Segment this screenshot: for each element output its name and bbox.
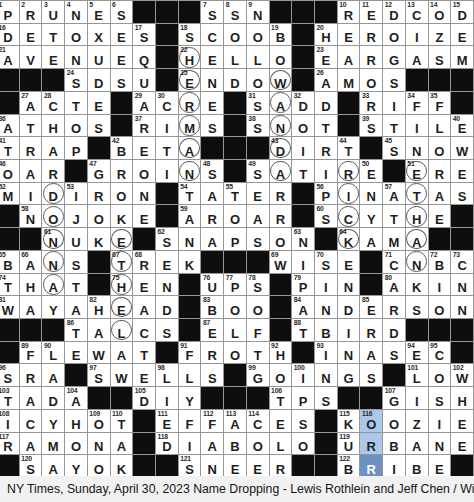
cell-r19c20[interactable]: I: [429, 410, 451, 432]
cell-r19c8[interactable]: 111E: [156, 410, 178, 432]
cell-r13c2[interactable]: H: [20, 274, 42, 296]
cell-r5c17[interactable]: 33R: [360, 92, 382, 114]
cell-r1c21[interactable]: 15D: [451, 1, 473, 23]
cell-r5c7[interactable]: 29A: [133, 92, 155, 114]
cell-r9c7[interactable]: N: [133, 183, 155, 205]
cell-r17c17[interactable]: S: [360, 364, 382, 386]
cell-r6c5[interactable]: S: [88, 115, 110, 137]
cell-r21c4[interactable]: Y: [65, 455, 87, 476]
cell-r21c9[interactable]: 121S: [179, 455, 201, 476]
cell-r11c16[interactable]: 64K: [338, 228, 360, 250]
cell-r13c1[interactable]: 74T: [0, 274, 19, 296]
cell-r7c13[interactable]: 43D: [270, 137, 292, 159]
cell-r7c6[interactable]: 42B: [111, 137, 133, 159]
cell-r15c16[interactable]: I: [338, 319, 360, 341]
cell-r1c19[interactable]: 13C: [406, 1, 428, 23]
cell-r2c18[interactable]: O: [383, 24, 405, 46]
cell-r17c6[interactable]: W: [111, 364, 133, 386]
cell-r8c3[interactable]: R: [42, 160, 64, 182]
cell-r16c19[interactable]: 94E: [406, 342, 428, 364]
cell-r13c7[interactable]: E: [133, 274, 155, 296]
cell-r13c3[interactable]: A: [42, 274, 64, 296]
cell-r5c3[interactable]: 28C: [42, 92, 64, 114]
cell-r16c9[interactable]: 91F: [179, 342, 201, 364]
cell-r15c17[interactable]: R: [360, 319, 382, 341]
cell-r1c5[interactable]: 5E: [88, 1, 110, 23]
cell-r10c6[interactable]: K: [111, 205, 133, 227]
cell-r3c7[interactable]: Q: [133, 46, 155, 68]
cell-r15c5[interactable]: A: [88, 319, 110, 341]
cell-r21c16[interactable]: 122B: [338, 455, 360, 476]
cell-r20c3[interactable]: M: [42, 433, 64, 455]
cell-r13c18[interactable]: 80A: [383, 274, 405, 296]
cell-r5c13[interactable]: A: [270, 92, 292, 114]
cell-r3c16[interactable]: A: [338, 46, 360, 68]
cell-r13c12[interactable]: 78S: [247, 274, 269, 296]
cell-r5c8[interactable]: 30C: [156, 92, 178, 114]
cell-r1c20[interactable]: 14O: [429, 1, 451, 23]
cell-r9c11[interactable]: 55T: [224, 183, 246, 205]
cell-r1c1[interactable]: 1P: [0, 1, 19, 23]
cell-r17c5[interactable]: 97S: [88, 364, 110, 386]
cell-r1c6[interactable]: 6S: [111, 1, 133, 23]
cell-r3c15[interactable]: 23E: [315, 46, 337, 68]
cell-r21c10[interactable]: N: [201, 455, 223, 476]
cell-r9c2[interactable]: I: [20, 183, 42, 205]
cell-r20c20[interactable]: N: [429, 433, 451, 455]
cell-r14c7[interactable]: A: [133, 296, 155, 318]
cell-r14c15[interactable]: N: [315, 296, 337, 318]
cell-r21c11[interactable]: E: [224, 455, 246, 476]
cell-r1c2[interactable]: 2R: [20, 1, 42, 23]
cell-r20c14[interactable]: O: [292, 433, 314, 455]
cell-r10c3[interactable]: O: [42, 205, 64, 227]
cell-r2c11[interactable]: O: [224, 24, 246, 46]
cell-r8c16[interactable]: R: [338, 160, 360, 182]
cell-r16c17[interactable]: A: [360, 342, 382, 364]
cell-r9c21[interactable]: S: [451, 183, 473, 205]
cell-r12c3[interactable]: N: [42, 251, 64, 273]
cell-r17c1[interactable]: 96S: [0, 364, 19, 386]
cell-r16c5[interactable]: W: [88, 342, 110, 364]
cell-r2c2[interactable]: E: [20, 24, 42, 46]
cell-r2c6[interactable]: E: [111, 24, 133, 46]
cell-r6c8[interactable]: I: [156, 115, 178, 137]
cell-r14c8[interactable]: D: [156, 296, 178, 318]
cell-r9c17[interactable]: N: [360, 183, 382, 205]
cell-r7c2[interactable]: R: [20, 137, 42, 159]
cell-r14c10[interactable]: 83B: [201, 296, 223, 318]
cell-r16c16[interactable]: N: [338, 342, 360, 364]
cell-r9c19[interactable]: T: [406, 183, 428, 205]
cell-r12c1[interactable]: 65B: [0, 251, 19, 273]
cell-r19c13[interactable]: E: [270, 410, 292, 432]
cell-r19c18[interactable]: O: [383, 410, 405, 432]
cell-r20c8[interactable]: 118D: [156, 433, 178, 455]
cell-r11c3[interactable]: 61N: [42, 228, 64, 250]
cell-r6c17[interactable]: 39S: [360, 115, 382, 137]
cell-r20c6[interactable]: A: [111, 433, 133, 455]
cell-r9c16[interactable]: I: [338, 183, 360, 205]
cell-r17c21[interactable]: 102W: [451, 364, 473, 386]
cell-r13c19[interactable]: K: [406, 274, 428, 296]
cell-r5c9[interactable]: R: [179, 92, 201, 114]
cell-r11c13[interactable]: O: [270, 228, 292, 250]
cell-r19c12[interactable]: 114C: [247, 410, 269, 432]
cell-r14c19[interactable]: S: [406, 296, 428, 318]
cell-r8c19[interactable]: 51E: [406, 160, 428, 182]
cell-r5c10[interactable]: E: [201, 92, 223, 114]
cell-r2c21[interactable]: E: [451, 24, 473, 46]
cell-r17c20[interactable]: O: [429, 364, 451, 386]
cell-r11c8[interactable]: 62S: [156, 228, 178, 250]
cell-r9c20[interactable]: A: [429, 183, 451, 205]
cell-r6c13[interactable]: N: [270, 115, 292, 137]
cell-r8c21[interactable]: E: [451, 160, 473, 182]
cell-r11c11[interactable]: P: [224, 228, 246, 250]
cell-r7c3[interactable]: A: [42, 137, 64, 159]
cell-r12c14[interactable]: I: [292, 251, 314, 273]
cell-r14c14[interactable]: 84A: [292, 296, 314, 318]
cell-r19c19[interactable]: Z: [406, 410, 428, 432]
cell-r10c7[interactable]: E: [133, 205, 155, 227]
cell-r13c8[interactable]: N: [156, 274, 178, 296]
cell-r17c8[interactable]: 98L: [156, 364, 178, 386]
cell-r6c14[interactable]: O: [292, 115, 314, 137]
cell-r19c10[interactable]: 112F: [201, 410, 223, 432]
cell-r15c4[interactable]: 86T: [65, 319, 87, 341]
cell-r11c10[interactable]: A: [201, 228, 223, 250]
cell-r5c2[interactable]: 27A: [20, 92, 42, 114]
cell-r14c12[interactable]: O: [247, 296, 269, 318]
cell-r19c5[interactable]: 109O: [88, 410, 110, 432]
cell-r20c17[interactable]: R: [360, 433, 382, 455]
cell-r5c18[interactable]: I: [383, 92, 405, 114]
cell-r3c2[interactable]: V: [20, 46, 42, 68]
cell-r9c15[interactable]: 56P: [315, 183, 337, 205]
cell-r2c3[interactable]: T: [42, 24, 64, 46]
cell-r11c4[interactable]: U: [65, 228, 87, 250]
cell-r11c6[interactable]: E: [111, 228, 133, 250]
cell-r3c13[interactable]: O: [270, 46, 292, 68]
cell-r3c20[interactable]: S: [429, 46, 451, 68]
cell-r18c15[interactable]: S: [315, 387, 337, 409]
cell-r20c21[interactable]: E: [451, 433, 473, 455]
cell-r14c21[interactable]: N: [451, 296, 473, 318]
cell-r1c12[interactable]: 9N: [247, 1, 269, 23]
cell-r14c1[interactable]: 81W: [0, 296, 19, 318]
cell-r11c9[interactable]: N: [179, 228, 201, 250]
cell-r16c13[interactable]: 92H: [270, 342, 292, 364]
cell-r3c3[interactable]: E: [42, 46, 64, 68]
cell-r3c19[interactable]: A: [406, 46, 428, 68]
cell-r19c2[interactable]: C: [20, 410, 42, 432]
cell-r1c11[interactable]: 8S: [224, 1, 246, 23]
cell-r2c9[interactable]: 18S: [179, 24, 201, 46]
cell-r7c16[interactable]: 44T: [338, 137, 360, 159]
cell-r3c10[interactable]: E: [201, 46, 223, 68]
cell-r12c21[interactable]: 73C: [451, 251, 473, 273]
cell-r10c4[interactable]: J: [65, 205, 87, 227]
cell-r7c9[interactable]: A: [179, 137, 201, 159]
cell-r7c18[interactable]: 45S: [383, 137, 405, 159]
cell-r19c6[interactable]: 110T: [111, 410, 133, 432]
cell-r15c15[interactable]: B: [315, 319, 337, 341]
cell-r21c20[interactable]: E: [429, 455, 451, 476]
cell-r4c15[interactable]: 26A: [315, 69, 337, 91]
cell-r13c4[interactable]: T: [65, 274, 87, 296]
cell-r8c2[interactable]: A: [20, 160, 42, 182]
cell-r12c18[interactable]: 71C: [383, 251, 405, 273]
cell-r15c11[interactable]: L: [224, 319, 246, 341]
cell-r10c15[interactable]: 60S: [315, 205, 337, 227]
cell-r19c1[interactable]: 108I: [0, 410, 19, 432]
cell-r16c11[interactable]: O: [224, 342, 246, 364]
cell-r14c2[interactable]: A: [20, 296, 42, 318]
cell-r1c18[interactable]: 12D: [383, 1, 405, 23]
cell-r19c4[interactable]: H: [65, 410, 87, 432]
cell-r17c9[interactable]: L: [179, 364, 201, 386]
cell-r17c12[interactable]: 99G: [247, 364, 269, 386]
cell-r7c1[interactable]: 41T: [0, 137, 19, 159]
cell-r5c5[interactable]: E: [88, 92, 110, 114]
cell-r15c10[interactable]: 87E: [201, 319, 223, 341]
cell-r9c12[interactable]: E: [247, 183, 269, 205]
cell-r18c9[interactable]: Y: [179, 387, 201, 409]
cell-r16c4[interactable]: E: [65, 342, 87, 364]
cell-r7c8[interactable]: T: [156, 137, 178, 159]
cell-r21c19[interactable]: B: [406, 455, 428, 476]
cell-r18c19[interactable]: I: [406, 387, 428, 409]
cell-r16c15[interactable]: 93I: [315, 342, 337, 364]
cell-r17c16[interactable]: G: [338, 364, 360, 386]
cell-r9c18[interactable]: 57A: [383, 183, 405, 205]
cell-r17c7[interactable]: E: [133, 364, 155, 386]
cell-r8c7[interactable]: O: [133, 160, 155, 182]
cell-r8c6[interactable]: R: [111, 160, 133, 182]
cell-r14c3[interactable]: Y: [42, 296, 64, 318]
cell-r10c2[interactable]: 58N: [20, 205, 42, 227]
cell-r12c16[interactable]: E: [338, 251, 360, 273]
cell-r3c17[interactable]: R: [360, 46, 382, 68]
cell-r4c16[interactable]: M: [338, 69, 360, 91]
cell-r6c10[interactable]: S: [201, 115, 223, 137]
cell-r20c19[interactable]: A: [406, 433, 428, 455]
cell-r15c6[interactable]: L: [111, 319, 133, 341]
cell-r17c3[interactable]: A: [42, 364, 64, 386]
cell-r2c15[interactable]: 20H: [315, 24, 337, 46]
cell-r4c12[interactable]: O: [247, 69, 269, 91]
cell-r18c13[interactable]: 106T: [270, 387, 292, 409]
cell-r19c16[interactable]: 115K: [338, 410, 360, 432]
cell-r4c17[interactable]: O: [360, 69, 382, 91]
cell-r15c18[interactable]: D: [383, 319, 405, 341]
cell-r16c12[interactable]: T: [247, 342, 269, 364]
cell-r4c18[interactable]: S: [383, 69, 405, 91]
cell-r2c7[interactable]: 17S: [133, 24, 155, 46]
cell-r12c6[interactable]: 67T: [111, 251, 133, 273]
cell-r6c7[interactable]: 37R: [133, 115, 155, 137]
cell-r20c9[interactable]: I: [179, 433, 201, 455]
cell-r2c1[interactable]: 16D: [0, 24, 19, 46]
cell-r1c17[interactable]: 11E: [360, 1, 382, 23]
cell-r13c16[interactable]: N: [338, 274, 360, 296]
cell-r21c6[interactable]: K: [111, 455, 133, 476]
cell-r10c18[interactable]: T: [383, 205, 405, 227]
cell-r1c10[interactable]: 7S: [201, 1, 223, 23]
cell-r20c4[interactable]: O: [65, 433, 87, 455]
cell-r17c13[interactable]: O: [270, 364, 292, 386]
cell-r1c4[interactable]: 4N: [65, 1, 87, 23]
cell-r9c5[interactable]: R: [88, 183, 110, 205]
cell-r10c20[interactable]: E: [429, 205, 451, 227]
cell-r20c16[interactable]: 119U: [338, 433, 360, 455]
cell-r17c15[interactable]: N: [315, 364, 337, 386]
cell-r2c20[interactable]: Z: [429, 24, 451, 46]
cell-r3c18[interactable]: G: [383, 46, 405, 68]
cell-r20c11[interactable]: B: [224, 433, 246, 455]
cell-r19c17[interactable]: 116O: [360, 410, 382, 432]
cell-r9c10[interactable]: A: [201, 183, 223, 205]
cell-r21c18[interactable]: I: [383, 455, 405, 476]
cell-r9c1[interactable]: 52M: [0, 183, 19, 205]
cell-r4c7[interactable]: U: [133, 69, 155, 91]
cell-r18c8[interactable]: I: [156, 387, 178, 409]
cell-r10c12[interactable]: A: [247, 205, 269, 227]
cell-r16c3[interactable]: 90L: [42, 342, 64, 364]
cell-r13c20[interactable]: I: [429, 274, 451, 296]
cell-r20c1[interactable]: 117R: [0, 433, 19, 455]
cell-r11c18[interactable]: M: [383, 228, 405, 250]
cell-r18c18[interactable]: 107G: [383, 387, 405, 409]
cell-r3c21[interactable]: M: [451, 46, 473, 68]
cell-r13c21[interactable]: N: [451, 274, 473, 296]
cell-r18c2[interactable]: A: [20, 387, 42, 409]
cell-r6c19[interactable]: I: [406, 115, 428, 137]
cell-r6c3[interactable]: H: [42, 115, 64, 137]
cell-r10c9[interactable]: 59A: [179, 205, 201, 227]
cell-r10c10[interactable]: R: [201, 205, 223, 227]
cell-r4c11[interactable]: D: [224, 69, 246, 91]
cell-r12c20[interactable]: 72B: [429, 251, 451, 273]
cell-r15c7[interactable]: C: [133, 319, 155, 341]
cell-r12c8[interactable]: E: [156, 251, 178, 273]
cell-r8c1[interactable]: 46O: [0, 160, 19, 182]
cell-r19c11[interactable]: 113A: [224, 410, 246, 432]
cell-r19c3[interactable]: Y: [42, 410, 64, 432]
cell-r7c21[interactable]: W: [451, 137, 473, 159]
cell-r10c16[interactable]: C: [338, 205, 360, 227]
cell-r21c3[interactable]: A: [42, 455, 64, 476]
cell-r3c9[interactable]: 22H: [179, 46, 201, 68]
cell-r10c5[interactable]: O: [88, 205, 110, 227]
cell-r21c13[interactable]: R: [270, 455, 292, 476]
cell-r9c6[interactable]: O: [111, 183, 133, 205]
cell-r21c5[interactable]: O: [88, 455, 110, 476]
cell-r2c17[interactable]: R: [360, 24, 382, 46]
cell-r14c16[interactable]: D: [338, 296, 360, 318]
cell-r3c11[interactable]: L: [224, 46, 246, 68]
cell-r5c19[interactable]: 34F: [406, 92, 428, 114]
cell-r8c5[interactable]: 47G: [88, 160, 110, 182]
cell-r14c4[interactable]: A: [65, 296, 87, 318]
cell-r16c7[interactable]: T: [133, 342, 155, 364]
cell-r1c16[interactable]: 10R: [338, 1, 360, 23]
cell-r5c14[interactable]: 32D: [292, 92, 314, 114]
cell-r13c15[interactable]: I: [315, 274, 337, 296]
cell-r16c20[interactable]: 95C: [429, 342, 451, 364]
cell-r6c20[interactable]: L: [429, 115, 451, 137]
cell-r3c4[interactable]: N: [65, 46, 87, 68]
cell-r4c4[interactable]: 24S: [65, 69, 87, 91]
cell-r11c19[interactable]: A: [406, 228, 428, 250]
cell-r6c15[interactable]: T: [315, 115, 337, 137]
cell-r12c15[interactable]: 70S: [315, 251, 337, 273]
cell-r8c8[interactable]: I: [156, 160, 178, 182]
cell-r3c1[interactable]: 21A: [0, 46, 19, 68]
cell-r10c13[interactable]: R: [270, 205, 292, 227]
cell-r21c12[interactable]: E: [247, 455, 269, 476]
cell-r13c11[interactable]: 77P: [224, 274, 246, 296]
cell-r13c6[interactable]: 75H: [111, 274, 133, 296]
cell-r8c10[interactable]: 48S: [201, 160, 223, 182]
cell-r12c2[interactable]: 66A: [20, 251, 42, 273]
cell-r7c15[interactable]: R: [315, 137, 337, 159]
cell-r4c13[interactable]: W: [270, 69, 292, 91]
cell-r9c3[interactable]: D: [42, 183, 64, 205]
cell-r14c18[interactable]: R: [383, 296, 405, 318]
cell-r18c14[interactable]: P: [292, 387, 314, 409]
cell-r20c10[interactable]: A: [201, 433, 223, 455]
cell-r12c9[interactable]: K: [179, 251, 201, 273]
cell-r21c17[interactable]: R: [360, 455, 382, 476]
cell-r19c9[interactable]: F: [179, 410, 201, 432]
cell-r2c19[interactable]: I: [406, 24, 428, 46]
cell-r6c1[interactable]: 36A: [0, 115, 19, 137]
cell-r11c5[interactable]: K: [88, 228, 110, 250]
cell-r5c20[interactable]: 35F: [429, 92, 451, 114]
cell-r4c10[interactable]: N: [201, 69, 223, 91]
cell-r17c19[interactable]: 101L: [406, 364, 428, 386]
cell-r5c12[interactable]: 31S: [247, 92, 269, 114]
cell-r2c5[interactable]: X: [88, 24, 110, 46]
cell-r16c18[interactable]: S: [383, 342, 405, 364]
cell-r12c4[interactable]: S: [65, 251, 87, 273]
cell-r18c1[interactable]: 103T: [0, 387, 19, 409]
cell-r6c18[interactable]: T: [383, 115, 405, 137]
cell-r16c6[interactable]: A: [111, 342, 133, 364]
cell-r15c12[interactable]: F: [247, 319, 269, 341]
cell-r11c12[interactable]: S: [247, 228, 269, 250]
cell-r12c13[interactable]: 69W: [270, 251, 292, 273]
cell-r14c20[interactable]: O: [429, 296, 451, 318]
cell-r2c12[interactable]: O: [247, 24, 269, 46]
cell-r17c10[interactable]: S: [201, 364, 223, 386]
cell-r14c6[interactable]: E: [111, 296, 133, 318]
cell-r16c2[interactable]: 89F: [20, 342, 42, 364]
cell-r20c2[interactable]: A: [20, 433, 42, 455]
cell-r3c6[interactable]: E: [111, 46, 133, 68]
cell-r18c3[interactable]: D: [42, 387, 64, 409]
cell-r9c13[interactable]: R: [270, 183, 292, 205]
cell-r15c8[interactable]: S: [156, 319, 178, 341]
cell-r6c2[interactable]: T: [20, 115, 42, 137]
cell-r4c9[interactable]: 25E: [179, 69, 201, 91]
cell-r5c15[interactable]: D: [315, 92, 337, 114]
cell-r7c4[interactable]: P: [65, 137, 87, 159]
cell-r4c6[interactable]: S: [111, 69, 133, 91]
cell-r13c14[interactable]: 79P: [292, 274, 314, 296]
